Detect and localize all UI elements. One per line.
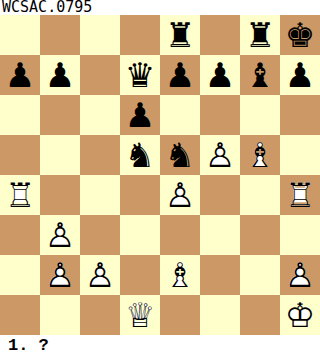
square-e8[interactable]: ♜ — [160, 15, 200, 55]
piece-glyph-outline: ♖ — [280, 175, 320, 215]
piece-glyph: ♟ — [40, 55, 80, 95]
square-g2[interactable] — [240, 255, 280, 295]
square-e5[interactable]: ♞ — [160, 135, 200, 175]
square-c8[interactable] — [80, 15, 120, 55]
piece-glyph: ♛ — [120, 55, 160, 95]
square-f5[interactable]: ♟♙ — [200, 135, 240, 175]
black-bishop-piece[interactable]: ♝ — [240, 55, 280, 95]
square-c5[interactable] — [80, 135, 120, 175]
piece-glyph-outline: ♙ — [40, 215, 80, 255]
square-a1[interactable] — [0, 295, 40, 335]
piece-glyph: ♟ — [280, 55, 320, 95]
square-f3[interactable] — [200, 215, 240, 255]
piece-glyph-outline: ♙ — [80, 255, 120, 295]
square-h3[interactable] — [280, 215, 320, 255]
black-king-piece[interactable]: ♚ — [280, 15, 320, 55]
square-f2[interactable] — [200, 255, 240, 295]
square-b3[interactable]: ♟♙ — [40, 215, 80, 255]
square-g1[interactable] — [240, 295, 280, 335]
square-c4[interactable] — [80, 175, 120, 215]
square-h4[interactable]: ♜♖ — [280, 175, 320, 215]
white-pawn-piece[interactable]: ♟♙ — [40, 215, 80, 255]
black-pawn-piece[interactable]: ♟ — [200, 55, 240, 95]
square-d3[interactable] — [120, 215, 160, 255]
black-queen-piece[interactable]: ♛ — [120, 55, 160, 95]
white-pawn-piece[interactable]: ♟♙ — [80, 255, 120, 295]
piece-glyph-outline: ♕ — [120, 295, 160, 335]
black-pawn-piece[interactable]: ♟ — [120, 95, 160, 135]
piece-glyph: ♞ — [160, 135, 200, 175]
white-queen-piece[interactable]: ♛♕ — [120, 295, 160, 335]
square-c2[interactable]: ♟♙ — [80, 255, 120, 295]
square-f6[interactable] — [200, 95, 240, 135]
square-b7[interactable]: ♟ — [40, 55, 80, 95]
square-a7[interactable]: ♟ — [0, 55, 40, 95]
square-f8[interactable] — [200, 15, 240, 55]
square-f4[interactable] — [200, 175, 240, 215]
square-e2[interactable]: ♝♗ — [160, 255, 200, 295]
square-f1[interactable] — [200, 295, 240, 335]
square-g7[interactable]: ♝ — [240, 55, 280, 95]
piece-glyph: ♟ — [160, 55, 200, 95]
white-rook-piece[interactable]: ♜♖ — [0, 175, 40, 215]
square-b8[interactable] — [40, 15, 80, 55]
square-e3[interactable] — [160, 215, 200, 255]
square-c6[interactable] — [80, 95, 120, 135]
white-pawn-piece[interactable]: ♟♙ — [280, 255, 320, 295]
square-g6[interactable] — [240, 95, 280, 135]
square-d4[interactable] — [120, 175, 160, 215]
chess-board: ♜♜♚♟♟♛♟♟♝♟♟♞♞♟♙♝♗♜♖♟♙♜♖♟♙♟♙♟♙♝♗♟♙♛♕♚♔ — [0, 15, 320, 335]
white-pawn-piece[interactable]: ♟♙ — [200, 135, 240, 175]
white-pawn-piece[interactable]: ♟♙ — [40, 255, 80, 295]
square-f7[interactable]: ♟ — [200, 55, 240, 95]
square-a5[interactable] — [0, 135, 40, 175]
puzzle-title: WCSAC.0795 — [0, 0, 320, 15]
black-pawn-piece[interactable]: ♟ — [280, 55, 320, 95]
piece-glyph: ♜ — [240, 15, 280, 55]
square-c3[interactable] — [80, 215, 120, 255]
piece-glyph-outline: ♗ — [240, 135, 280, 175]
white-king-piece[interactable]: ♚♔ — [280, 295, 320, 335]
square-a6[interactable] — [0, 95, 40, 135]
white-rook-piece[interactable]: ♜♖ — [280, 175, 320, 215]
piece-glyph-outline: ♗ — [160, 255, 200, 295]
square-h2[interactable]: ♟♙ — [280, 255, 320, 295]
move-prompt: 1. ? — [0, 335, 320, 360]
square-g5[interactable]: ♝♗ — [240, 135, 280, 175]
black-knight-piece[interactable]: ♞ — [120, 135, 160, 175]
piece-glyph-outline: ♙ — [160, 175, 200, 215]
square-d8[interactable] — [120, 15, 160, 55]
square-h6[interactable] — [280, 95, 320, 135]
piece-glyph: ♝ — [240, 55, 280, 95]
square-g8[interactable]: ♜ — [240, 15, 280, 55]
square-e4[interactable]: ♟♙ — [160, 175, 200, 215]
square-d7[interactable]: ♛ — [120, 55, 160, 95]
white-bishop-piece[interactable]: ♝♗ — [240, 135, 280, 175]
black-knight-piece[interactable]: ♞ — [160, 135, 200, 175]
square-a3[interactable] — [0, 215, 40, 255]
square-b5[interactable] — [40, 135, 80, 175]
black-pawn-piece[interactable]: ♟ — [0, 55, 40, 95]
square-a4[interactable]: ♜♖ — [0, 175, 40, 215]
piece-glyph-outline: ♙ — [40, 255, 80, 295]
piece-glyph-outline: ♙ — [200, 135, 240, 175]
piece-glyph: ♚ — [280, 15, 320, 55]
black-pawn-piece[interactable]: ♟ — [40, 55, 80, 95]
square-h7[interactable]: ♟ — [280, 55, 320, 95]
white-pawn-piece[interactable]: ♟♙ — [160, 175, 200, 215]
piece-glyph: ♟ — [200, 55, 240, 95]
black-pawn-piece[interactable]: ♟ — [160, 55, 200, 95]
square-e6[interactable] — [160, 95, 200, 135]
piece-glyph: ♜ — [160, 15, 200, 55]
square-b4[interactable] — [40, 175, 80, 215]
piece-glyph-outline: ♖ — [0, 175, 40, 215]
square-h8[interactable]: ♚ — [280, 15, 320, 55]
square-c1[interactable] — [80, 295, 120, 335]
square-d6[interactable]: ♟ — [120, 95, 160, 135]
black-rook-piece[interactable]: ♜ — [160, 15, 200, 55]
square-b6[interactable] — [40, 95, 80, 135]
piece-glyph: ♟ — [0, 55, 40, 95]
square-d2[interactable] — [120, 255, 160, 295]
square-g3[interactable] — [240, 215, 280, 255]
piece-glyph-outline: ♙ — [280, 255, 320, 295]
square-e7[interactable]: ♟ — [160, 55, 200, 95]
square-a8[interactable] — [0, 15, 40, 55]
black-rook-piece[interactable]: ♜ — [240, 15, 280, 55]
square-e1[interactable] — [160, 295, 200, 335]
square-g4[interactable] — [240, 175, 280, 215]
square-h5[interactable] — [280, 135, 320, 175]
square-h1[interactable]: ♚♔ — [280, 295, 320, 335]
white-bishop-piece[interactable]: ♝♗ — [160, 255, 200, 295]
square-b2[interactable]: ♟♙ — [40, 255, 80, 295]
piece-glyph-outline: ♔ — [280, 295, 320, 335]
square-d5[interactable]: ♞ — [120, 135, 160, 175]
piece-glyph: ♟ — [120, 95, 160, 135]
piece-glyph: ♞ — [120, 135, 160, 175]
square-c7[interactable] — [80, 55, 120, 95]
square-a2[interactable] — [0, 255, 40, 295]
square-b1[interactable] — [40, 295, 80, 335]
square-d1[interactable]: ♛♕ — [120, 295, 160, 335]
